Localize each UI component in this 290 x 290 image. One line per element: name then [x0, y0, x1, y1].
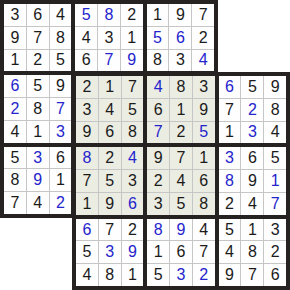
- cell-r5c1[interactable]: 2: [4, 98, 26, 120]
- cell-r7c4[interactable]: 8: [76, 147, 98, 169]
- cell-r5c11[interactable]: 2: [241, 99, 263, 121]
- cell-r4c12[interactable]: 9: [264, 76, 286, 98]
- cell-r5c9[interactable]: 9: [193, 99, 215, 121]
- cell-r3c8[interactable]: 3: [169, 50, 191, 72]
- cell-r9c1[interactable]: 7: [4, 192, 26, 214]
- cell-r1c5[interactable]: 8: [98, 4, 120, 26]
- cell-r7c3[interactable]: 6: [50, 147, 72, 169]
- cell-r2c1[interactable]: 9: [4, 27, 26, 49]
- cell-r12c11[interactable]: 7: [241, 264, 263, 286]
- block-1-3: 659728134: [217, 74, 288, 145]
- cell-r4c9[interactable]: 3: [193, 76, 215, 98]
- cell-r6c2[interactable]: 1: [27, 121, 49, 143]
- cell-r6c10[interactable]: 1: [219, 122, 241, 144]
- cell-r5c8[interactable]: 1: [170, 99, 192, 121]
- cell-r12c10[interactable]: 9: [219, 264, 241, 286]
- cell-r6c5[interactable]: 6: [99, 122, 121, 144]
- cell-r9c10[interactable]: 2: [219, 193, 241, 215]
- block-3-1: 536891742: [2, 145, 73, 216]
- cell-r3c6[interactable]: 9: [121, 50, 143, 72]
- sudoku-twins-board: 3649781255824316791975628346592874132173…: [0, 0, 290, 290]
- cell-r1c3[interactable]: 4: [50, 4, 72, 26]
- cell-r8c5[interactable]: 5: [99, 170, 121, 192]
- block-3-3: 513482976: [217, 217, 288, 288]
- cell-r12c4[interactable]: 4: [76, 264, 98, 286]
- cell-r6c1[interactable]: 4: [4, 121, 26, 143]
- cell-r3c7[interactable]: 8: [147, 50, 169, 72]
- cell-r9c3[interactable]: 2: [50, 192, 72, 214]
- cell-r7c7[interactable]: 9: [147, 147, 169, 169]
- cell-r7c1[interactable]: 5: [4, 147, 26, 169]
- cell-r1c2[interactable]: 6: [27, 4, 49, 26]
- cell-r10c9[interactable]: 4: [193, 219, 215, 241]
- cell-r10c6[interactable]: 2: [122, 219, 144, 241]
- block-3-1: 672539481: [74, 217, 145, 288]
- cell-r10c8[interactable]: 9: [170, 219, 192, 241]
- cell-r11c10[interactable]: 4: [219, 241, 241, 263]
- cell-r5c12[interactable]: 8: [264, 99, 286, 121]
- cell-r2c3[interactable]: 8: [50, 27, 72, 49]
- cell-r12c5[interactable]: 8: [99, 264, 121, 286]
- cell-r12c9[interactable]: 2: [193, 264, 215, 286]
- cell-r10c7[interactable]: 8: [147, 219, 169, 241]
- cell-r8c4[interactable]: 7: [76, 170, 98, 192]
- cell-r3c2[interactable]: 2: [27, 50, 49, 72]
- cell-r6c9[interactable]: 5: [193, 122, 215, 144]
- cell-r6c12[interactable]: 4: [264, 122, 286, 144]
- cell-r9c11[interactable]: 4: [241, 193, 263, 215]
- cell-r8c10[interactable]: 8: [219, 170, 241, 192]
- cell-r2c4[interactable]: 4: [75, 27, 97, 49]
- block-2-2: 971246358: [145, 145, 216, 216]
- cell-r8c2[interactable]: 9: [27, 169, 49, 191]
- cell-r11c12[interactable]: 2: [264, 241, 286, 263]
- cell-r6c6[interactable]: 8: [122, 122, 144, 144]
- cell-r7c12[interactable]: 5: [264, 147, 286, 169]
- cell-r1c1[interactable]: 3: [4, 4, 26, 26]
- cell-r9c7[interactable]: 3: [147, 193, 169, 215]
- block-1-1: 217345968: [74, 74, 145, 145]
- cell-r4c5[interactable]: 1: [99, 76, 121, 98]
- cell-r10c12[interactable]: 3: [264, 219, 286, 241]
- cell-r5c4[interactable]: 3: [76, 99, 98, 121]
- cell-r7c5[interactable]: 2: [99, 147, 121, 169]
- sudoku-grid-bottom-right: 2173459684836197256597281348247531969712…: [72, 72, 290, 290]
- cell-r10c10[interactable]: 5: [219, 219, 241, 241]
- cell-r6c8[interactable]: 2: [170, 122, 192, 144]
- cell-r4c2[interactable]: 5: [27, 75, 49, 97]
- block-1-2: 483619725: [145, 74, 216, 145]
- cell-r6c11[interactable]: 3: [241, 122, 263, 144]
- cell-r1c7[interactable]: 1: [147, 4, 169, 26]
- block-2-1: 659287413: [2, 73, 73, 144]
- cell-r8c3[interactable]: 1: [50, 169, 72, 191]
- cell-r6c7[interactable]: 7: [147, 122, 169, 144]
- cell-r9c6[interactable]: 6: [122, 193, 144, 215]
- cell-r3c3[interactable]: 5: [50, 50, 72, 72]
- cell-r6c4[interactable]: 9: [76, 122, 98, 144]
- cell-r11c5[interactable]: 3: [99, 241, 121, 263]
- cell-r11c6[interactable]: 9: [122, 241, 144, 263]
- cell-r7c9[interactable]: 1: [193, 147, 215, 169]
- cell-r5c6[interactable]: 5: [122, 99, 144, 121]
- cell-r4c7[interactable]: 4: [147, 76, 169, 98]
- cell-r12c6[interactable]: 1: [122, 264, 144, 286]
- cell-r4c8[interactable]: 8: [170, 76, 192, 98]
- block-1-3: 197562834: [145, 2, 216, 73]
- cell-r7c6[interactable]: 4: [122, 147, 144, 169]
- cell-r11c8[interactable]: 6: [170, 241, 192, 263]
- cell-r4c10[interactable]: 6: [219, 76, 241, 98]
- block-2-1: 824753196: [74, 145, 145, 216]
- cell-r9c8[interactable]: 5: [170, 193, 192, 215]
- cell-r2c8[interactable]: 6: [169, 27, 191, 49]
- cell-r5c5[interactable]: 4: [99, 99, 121, 121]
- block-1-2: 582431679: [73, 2, 144, 73]
- cell-r7c2[interactable]: 3: [27, 147, 49, 169]
- cell-r9c5[interactable]: 9: [99, 193, 121, 215]
- cell-r1c6[interactable]: 2: [121, 4, 143, 26]
- cell-r3c5[interactable]: 7: [98, 50, 120, 72]
- cell-r4c4[interactable]: 2: [76, 76, 98, 98]
- cell-r2c5[interactable]: 3: [98, 27, 120, 49]
- block-3-2: 894167532: [145, 217, 216, 288]
- cell-r12c12[interactable]: 6: [264, 264, 286, 286]
- cell-r9c4[interactable]: 1: [76, 193, 98, 215]
- cell-r8c12[interactable]: 1: [264, 170, 286, 192]
- block-1-1: 364978125: [2, 2, 73, 73]
- cell-r9c12[interactable]: 7: [264, 193, 286, 215]
- cell-r3c9[interactable]: 4: [192, 50, 214, 72]
- cell-r7c11[interactable]: 6: [241, 147, 263, 169]
- cell-r10c5[interactable]: 7: [99, 219, 121, 241]
- cell-r5c3[interactable]: 7: [50, 98, 72, 120]
- cell-r2c9[interactable]: 2: [192, 27, 214, 49]
- cell-r2c2[interactable]: 7: [27, 27, 49, 49]
- cell-r11c7[interactable]: 1: [147, 241, 169, 263]
- cell-r2c7[interactable]: 5: [147, 27, 169, 49]
- cell-r1c9[interactable]: 7: [192, 4, 214, 26]
- cell-r3c4[interactable]: 6: [75, 50, 97, 72]
- cell-r12c8[interactable]: 3: [170, 264, 192, 286]
- cell-r11c9[interactable]: 7: [193, 241, 215, 263]
- cell-r5c10[interactable]: 7: [219, 99, 241, 121]
- cell-r8c9[interactable]: 6: [193, 170, 215, 192]
- cell-r12c7[interactable]: 5: [147, 264, 169, 286]
- cell-r9c9[interactable]: 8: [193, 193, 215, 215]
- cell-r5c2[interactable]: 8: [27, 98, 49, 120]
- cell-r8c8[interactable]: 4: [170, 170, 192, 192]
- cell-r3c1[interactable]: 1: [4, 50, 26, 72]
- cell-r4c6[interactable]: 7: [122, 76, 144, 98]
- cell-r7c10[interactable]: 3: [219, 147, 241, 169]
- cell-r4c11[interactable]: 5: [241, 76, 263, 98]
- cell-r1c4[interactable]: 5: [75, 4, 97, 26]
- cell-r8c1[interactable]: 8: [4, 169, 26, 191]
- cell-r4c3[interactable]: 9: [50, 75, 72, 97]
- cell-r11c4[interactable]: 5: [76, 241, 98, 263]
- cell-r10c4[interactable]: 6: [76, 219, 98, 241]
- cell-r2c6[interactable]: 1: [121, 27, 143, 49]
- cell-r8c11[interactable]: 9: [241, 170, 263, 192]
- cell-r4c1[interactable]: 6: [4, 75, 26, 97]
- cell-r11c11[interactable]: 8: [241, 241, 263, 263]
- cell-r10c11[interactable]: 1: [241, 219, 263, 241]
- cell-r9c2[interactable]: 4: [27, 192, 49, 214]
- cell-r6c3[interactable]: 3: [50, 121, 72, 143]
- cell-r1c8[interactable]: 9: [169, 4, 191, 26]
- cell-r8c6[interactable]: 3: [122, 170, 144, 192]
- cell-r7c8[interactable]: 7: [170, 147, 192, 169]
- block-2-3: 365891247: [217, 145, 288, 216]
- cell-r5c7[interactable]: 6: [147, 99, 169, 121]
- cell-r8c7[interactable]: 2: [147, 170, 169, 192]
